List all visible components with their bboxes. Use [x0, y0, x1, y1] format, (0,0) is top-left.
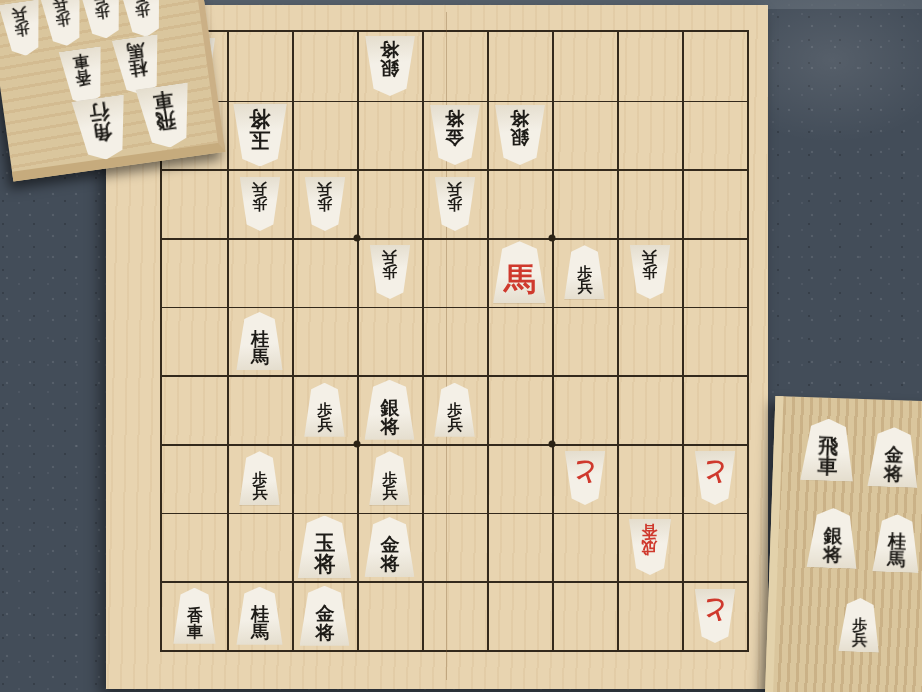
- shogi-piece-pawn-sente-13[interactable]: 歩兵: [303, 383, 346, 437]
- shogi-piece-knight-sente-12[interactable]: 桂馬: [235, 312, 284, 370]
- piece-kanji: 銀将: [493, 105, 546, 147]
- grid-line-vertical: [422, 32, 424, 650]
- piece-kanji: 歩兵: [837, 618, 881, 653]
- shogi-piece-knight-sente-24[interactable]: 桂馬: [235, 587, 284, 645]
- piece-kanji: 歩兵: [238, 472, 281, 506]
- piece-kanji: 歩兵: [238, 177, 281, 211]
- piece-kanji: 桂馬: [235, 605, 284, 645]
- piece-kanji: 金将: [428, 105, 481, 147]
- piece-kanji: 銀将: [805, 526, 859, 569]
- piece-kanji: 桂馬: [110, 34, 164, 80]
- grid-line-vertical: [552, 32, 554, 650]
- shogi-piece-promoted-pawn-gote-18[interactable]: と: [563, 451, 606, 505]
- grid-line-horizontal: [162, 169, 747, 171]
- piece-kanji: 歩兵: [368, 245, 411, 279]
- shogi-piece-pawn-gote-hand0[interactable]: 歩兵: [0, 0, 47, 59]
- shogi-piece-knight-sente-hand3[interactable]: 桂馬: [871, 513, 922, 573]
- piece-kanji: 金将: [363, 535, 416, 577]
- shogi-piece-rook-sente-hand0[interactable]: 飛車: [799, 418, 857, 482]
- grid-line-vertical: [682, 32, 684, 650]
- grid-line-vertical: [227, 32, 229, 650]
- grid-line-horizontal: [162, 513, 747, 515]
- shogi-piece-pawn-sente-10[interactable]: 歩兵: [563, 245, 606, 299]
- grid-line-horizontal: [162, 101, 747, 103]
- shogi-piece-pawn-gote-5[interactable]: 歩兵: [238, 177, 281, 231]
- grid-line-vertical: [487, 32, 489, 650]
- shogi-piece-general-sente-21[interactable]: 金将: [363, 517, 416, 577]
- star-point: [549, 235, 556, 242]
- shogi-piece-general-sente-14[interactable]: 銀将: [363, 380, 416, 440]
- shogi-piece-pawn-gote-hand2[interactable]: 歩兵: [78, 0, 128, 41]
- shogi-piece-rook-gote-hand7[interactable]: 飛車: [134, 82, 198, 151]
- shogi-piece-pawn-gote-7[interactable]: 歩兵: [433, 177, 476, 231]
- piece-kanji: 歩兵: [118, 0, 165, 20]
- star-point: [354, 441, 361, 448]
- star-point: [549, 441, 556, 448]
- grid-line-vertical: [617, 32, 619, 650]
- shogi-piece-pawn-gote-6[interactable]: 歩兵: [303, 177, 346, 231]
- piece-kanji: 銀将: [363, 398, 416, 440]
- shogi-photo-scene: 香車銀将玉将金将銀将歩兵歩兵歩兵歩兵馬歩兵歩兵桂馬歩兵銀将歩兵歩兵歩兵とと玉将金…: [0, 0, 922, 692]
- grid-line-horizontal: [162, 238, 747, 240]
- star-point: [354, 235, 361, 242]
- piece-kanji: 飛車: [134, 82, 196, 133]
- shogi-piece-promoted-pawn-gote-19[interactable]: と: [693, 451, 736, 505]
- shogi-piece-general-sente-hand1[interactable]: 金将: [866, 426, 921, 488]
- piece-kanji: 金将: [866, 445, 920, 488]
- shogi-piece-general-gote-4[interactable]: 銀将: [493, 105, 546, 165]
- shogi-piece-general-sente-hand2[interactable]: 銀将: [805, 507, 860, 569]
- grid-line-horizontal: [162, 375, 747, 377]
- shogi-piece-pawn-sente-hand4[interactable]: 歩兵: [837, 597, 882, 652]
- shogi-piece-lance-sente-23[interactable]: 香車: [172, 588, 217, 644]
- board-grid: 香車銀将玉将金将銀将歩兵歩兵歩兵歩兵馬歩兵歩兵桂馬歩兵銀将歩兵歩兵歩兵とと玉将金…: [160, 30, 749, 652]
- piece-kanji: 歩兵: [368, 472, 411, 506]
- shogi-piece-pawn-sente-16[interactable]: 歩兵: [238, 451, 281, 505]
- piece-kanji: 歩兵: [303, 177, 346, 211]
- shogi-piece-promoted-bishop-sente-9[interactable]: 馬: [492, 241, 548, 303]
- piece-kanji: 桂馬: [871, 532, 921, 573]
- piece-kanji: 銀将: [363, 36, 416, 78]
- shogi-piece-promoted-lance-gote-22[interactable]: 成香: [627, 519, 672, 575]
- piece-kanji: 角行: [70, 94, 132, 145]
- gote-komadai: 歩兵歩兵歩兵歩兵香車桂馬角行飛車: [0, 0, 225, 182]
- piece-kanji: 玉将: [296, 533, 353, 579]
- shogi-piece-king-sente-20[interactable]: 玉将: [296, 516, 353, 579]
- piece-kanji: 香車: [57, 46, 107, 88]
- shogi-piece-pawn-sente-15[interactable]: 歩兵: [433, 383, 476, 437]
- shogi-piece-king-gote-2[interactable]: 玉将: [231, 104, 288, 167]
- piece-kanji: 歩兵: [433, 403, 476, 437]
- grid-line-horizontal: [162, 444, 747, 446]
- piece-kanji: 金将: [298, 604, 351, 646]
- piece-kanji: 飛車: [799, 436, 856, 482]
- shogi-piece-general-sente-25[interactable]: 金将: [298, 586, 351, 646]
- piece-kanji: 歩兵: [563, 266, 606, 300]
- piece-kanji: 歩兵: [78, 0, 125, 21]
- sente-komadai: 飛車金将銀将桂馬歩兵: [765, 396, 922, 692]
- piece-kanji: と: [563, 451, 606, 485]
- shogi-piece-general-gote-3[interactable]: 金将: [428, 105, 481, 165]
- shogi-piece-pawn-gote-hand3[interactable]: 歩兵: [118, 0, 168, 40]
- piece-kanji: 馬: [492, 264, 548, 304]
- piece-kanji: と: [693, 589, 736, 623]
- piece-kanji: 歩兵: [628, 245, 671, 279]
- shogi-piece-pawn-gote-11[interactable]: 歩兵: [628, 245, 671, 299]
- shogi-piece-promoted-pawn-gote-26[interactable]: と: [693, 589, 736, 643]
- piece-kanji: 桂馬: [235, 330, 284, 370]
- shogi-piece-pawn-gote-8[interactable]: 歩兵: [368, 245, 411, 299]
- shogi-piece-pawn-sente-17[interactable]: 歩兵: [368, 451, 411, 505]
- grid-line-horizontal: [162, 581, 747, 583]
- piece-kanji: 歩兵: [0, 0, 44, 39]
- shogi-piece-general-gote-1[interactable]: 銀将: [363, 36, 416, 96]
- shogi-piece-pawn-gote-hand1[interactable]: 歩兵: [38, 0, 88, 49]
- shogi-piece-bishop-gote-hand6[interactable]: 角行: [70, 94, 134, 163]
- piece-kanji: 歩兵: [303, 403, 346, 437]
- piece-kanji: 歩兵: [38, 0, 85, 29]
- grid-line-horizontal: [162, 307, 747, 309]
- piece-kanji: 香車: [172, 608, 217, 644]
- piece-kanji: 成香: [627, 519, 672, 555]
- grid-line-vertical: [292, 32, 294, 650]
- piece-kanji: と: [693, 451, 736, 485]
- piece-kanji: 玉将: [231, 104, 288, 150]
- piece-kanji: 歩兵: [433, 177, 476, 211]
- grid-line-vertical: [357, 32, 359, 650]
